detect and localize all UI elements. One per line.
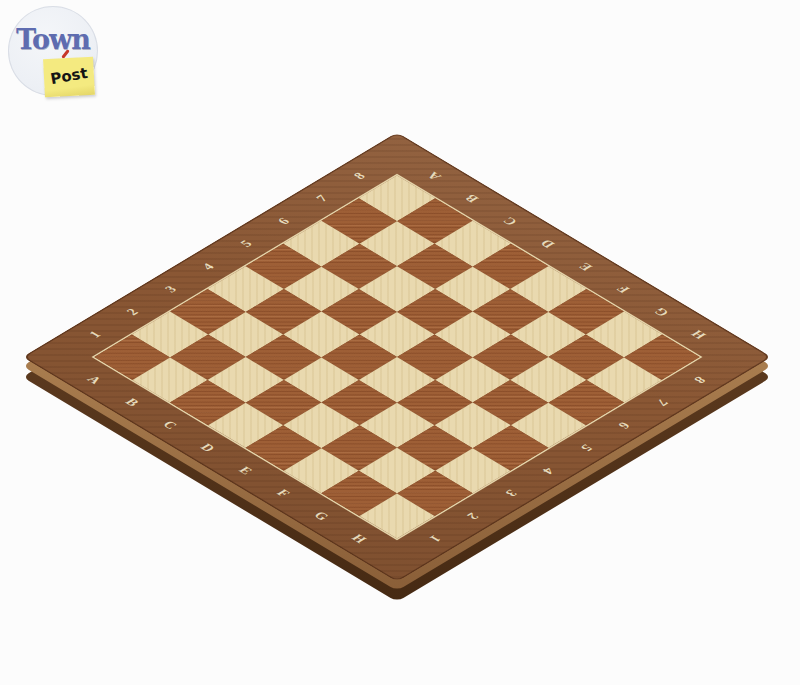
chess-board: AABBCCDDEEFFGGHH1122334455667788 bbox=[22, 132, 772, 582]
rank-label-right-4: 4 bbox=[540, 465, 557, 475]
rank-label-left-2: 2 bbox=[124, 307, 141, 317]
logo-town-text: Town bbox=[8, 26, 98, 53]
file-label-bottom-d: D bbox=[198, 442, 217, 454]
file-label-bottom-f: F bbox=[275, 488, 293, 499]
townpost-logo: Town Post bbox=[8, 6, 98, 96]
file-label-bottom-h: H bbox=[349, 532, 369, 544]
rank-label-left-7: 7 bbox=[313, 193, 330, 203]
file-label-top-b: B bbox=[463, 193, 482, 204]
rank-label-left-6: 6 bbox=[275, 216, 292, 226]
page-background: Town Post AABBCCDDEEFFGGHH11223344556677… bbox=[0, 0, 800, 685]
rank-label-right-6: 6 bbox=[615, 420, 632, 430]
file-label-top-d: D bbox=[538, 238, 557, 250]
rank-label-right-5: 5 bbox=[577, 443, 594, 453]
rank-label-right-7: 7 bbox=[653, 397, 670, 407]
rank-label-left-1: 1 bbox=[86, 329, 103, 339]
chess-board-grid bbox=[94, 175, 699, 538]
rank-label-right-8: 8 bbox=[691, 375, 708, 385]
file-label-top-g: G bbox=[652, 306, 672, 318]
file-label-bottom-c: C bbox=[160, 419, 179, 431]
file-label-bottom-e: E bbox=[236, 465, 255, 476]
file-label-bottom-a: A bbox=[85, 374, 104, 386]
playing-area-frame bbox=[92, 174, 703, 541]
file-label-bottom-g: G bbox=[311, 510, 331, 522]
logo-post-text: Post bbox=[43, 63, 95, 89]
sticky-note: Post bbox=[43, 57, 95, 98]
rank-label-left-4: 4 bbox=[200, 261, 217, 271]
rank-label-right-2: 2 bbox=[464, 511, 481, 521]
file-label-bottom-b: B bbox=[123, 397, 142, 408]
file-label-top-h: H bbox=[689, 328, 709, 340]
rank-label-left-5: 5 bbox=[237, 239, 254, 249]
rank-label-left-3: 3 bbox=[162, 284, 179, 294]
file-label-top-a: A bbox=[425, 170, 444, 182]
rank-label-left-8: 8 bbox=[351, 170, 368, 180]
file-label-top-c: C bbox=[501, 215, 520, 227]
file-label-top-f: F bbox=[615, 284, 633, 295]
rank-label-right-1: 1 bbox=[426, 533, 443, 543]
file-label-top-e: E bbox=[577, 261, 596, 272]
rank-label-right-3: 3 bbox=[502, 488, 519, 498]
